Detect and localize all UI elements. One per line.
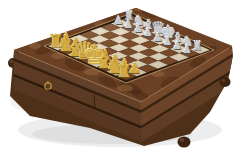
foot-front [178,137,191,148]
foot-right [220,77,231,87]
chess-set-product-photo: ♜♞♝♛♚♝♞♜♟♟♟♟♟♟♟♟♟♟♟♟♟♟♟♟♜♞♝♛♚♝♞♜ [0,0,240,152]
